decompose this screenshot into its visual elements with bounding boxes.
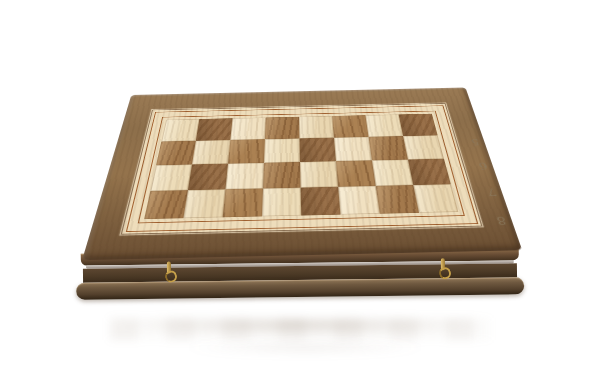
board-square — [299, 116, 334, 138]
board-square — [161, 119, 199, 142]
walnut-frame: 5678 — [82, 87, 522, 260]
board-square — [300, 161, 338, 187]
maple-border: 5678 — [122, 104, 481, 234]
product-photo: 5678 — [0, 0, 600, 380]
board-grid — [144, 114, 458, 219]
board-square — [225, 163, 264, 190]
board-square — [408, 159, 451, 185]
board-square — [403, 135, 444, 159]
board-square — [365, 114, 403, 136]
board-square — [338, 186, 380, 215]
board-square — [372, 160, 413, 186]
brass-clasp-left — [164, 262, 173, 288]
floor-reflection-faint — [140, 342, 470, 356]
chessboard-lid: 5678 — [82, 87, 522, 260]
rank-label: 5 — [463, 130, 487, 153]
board-square — [183, 189, 225, 218]
board-square — [192, 140, 230, 164]
board-square — [144, 190, 188, 219]
board-square — [262, 188, 301, 217]
board-square — [376, 185, 419, 214]
brass-clasp-right — [438, 258, 447, 284]
rank-labels: 5678 — [122, 104, 481, 234]
floor-reflection — [110, 318, 490, 340]
board-square — [263, 162, 301, 188]
board-square — [188, 164, 228, 191]
board-square — [264, 138, 300, 162]
board-square — [265, 117, 300, 140]
board-square — [334, 137, 372, 161]
board-square — [369, 136, 408, 160]
rank-label: 6 — [470, 153, 496, 178]
board-square — [156, 141, 196, 165]
board-square — [228, 139, 265, 163]
rank-label: 7 — [478, 178, 505, 206]
board-square — [399, 114, 438, 136]
board-square — [301, 187, 341, 216]
board-square — [413, 184, 458, 213]
inlay-line-inner — [138, 111, 465, 224]
board-square — [223, 188, 263, 217]
board-square — [196, 118, 233, 141]
board-square — [299, 138, 336, 162]
board-square — [150, 164, 192, 191]
board-square — [332, 115, 368, 137]
board-square — [336, 160, 376, 186]
board-square — [230, 117, 265, 140]
inlay-line-outer — [125, 105, 477, 231]
rank-label: 8 — [487, 205, 516, 235]
